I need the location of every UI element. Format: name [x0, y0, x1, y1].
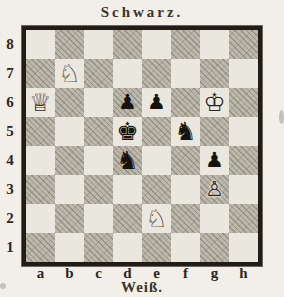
- square-g1[interactable]: [200, 233, 229, 262]
- square-f8[interactable]: [171, 30, 200, 59]
- square-d7[interactable]: [113, 59, 142, 88]
- square-g7[interactable]: [200, 59, 229, 88]
- square-b7[interactable]: ♘: [55, 59, 84, 88]
- square-f5[interactable]: ♞: [171, 117, 200, 146]
- square-h5[interactable]: [229, 117, 258, 146]
- square-a5[interactable]: [26, 117, 55, 146]
- square-e2[interactable]: ♘: [142, 204, 171, 233]
- rank-label-3: 3: [2, 175, 18, 204]
- piece-white-knight-b7[interactable]: ♘: [58, 61, 80, 86]
- square-g6[interactable]: ♔: [200, 88, 229, 117]
- square-b6[interactable]: [55, 88, 84, 117]
- square-b2[interactable]: [55, 204, 84, 233]
- square-f1[interactable]: [171, 233, 200, 262]
- square-c7[interactable]: [84, 59, 113, 88]
- square-b4[interactable]: [55, 146, 84, 175]
- square-a8[interactable]: [26, 30, 55, 59]
- square-b1[interactable]: [55, 233, 84, 262]
- square-a2[interactable]: [26, 204, 55, 233]
- square-a4[interactable]: [26, 146, 55, 175]
- rank-label-7: 7: [2, 59, 18, 88]
- square-h8[interactable]: [229, 30, 258, 59]
- square-d5[interactable]: ♚: [113, 117, 142, 146]
- square-h2[interactable]: [229, 204, 258, 233]
- piece-black-pawn-g4[interactable]: ♟: [205, 150, 224, 171]
- square-d1[interactable]: [113, 233, 142, 262]
- rank-label-4: 4: [2, 146, 18, 175]
- piece-white-queen-a6[interactable]: ♕: [29, 90, 51, 115]
- square-f6[interactable]: [171, 88, 200, 117]
- square-c3[interactable]: [84, 175, 113, 204]
- square-g4[interactable]: ♟: [200, 146, 229, 175]
- square-h7[interactable]: [229, 59, 258, 88]
- square-g3[interactable]: ♙: [200, 175, 229, 204]
- piece-black-pawn-d6[interactable]: ♟: [118, 92, 137, 113]
- square-a7[interactable]: [26, 59, 55, 88]
- square-a1[interactable]: [26, 233, 55, 262]
- piece-white-pawn-g3[interactable]: ♙: [205, 179, 224, 200]
- square-b5[interactable]: [55, 117, 84, 146]
- square-g5[interactable]: [200, 117, 229, 146]
- square-e4[interactable]: [142, 146, 171, 175]
- square-a3[interactable]: [26, 175, 55, 204]
- square-h4[interactable]: [229, 146, 258, 175]
- piece-white-knight-e2[interactable]: ♘: [145, 206, 167, 231]
- rank-labels: 87654321: [2, 30, 18, 262]
- square-d3[interactable]: [113, 175, 142, 204]
- square-h6[interactable]: [229, 88, 258, 117]
- piece-black-pawn-e6[interactable]: ♟: [147, 92, 166, 113]
- square-h3[interactable]: [229, 175, 258, 204]
- square-g2[interactable]: [200, 204, 229, 233]
- square-f7[interactable]: [171, 59, 200, 88]
- rank-label-8: 8: [2, 30, 18, 59]
- rank-label-1: 1: [2, 233, 18, 262]
- square-e7[interactable]: [142, 59, 171, 88]
- piece-white-king-g6[interactable]: ♔: [203, 90, 225, 115]
- square-c1[interactable]: [84, 233, 113, 262]
- square-b3[interactable]: [55, 175, 84, 204]
- square-b8[interactable]: [55, 30, 84, 59]
- piece-black-knight-f5[interactable]: ♞: [174, 119, 196, 144]
- rank-label-6: 6: [2, 88, 18, 117]
- square-d2[interactable]: [113, 204, 142, 233]
- square-e8[interactable]: [142, 30, 171, 59]
- square-e3[interactable]: [142, 175, 171, 204]
- square-e6[interactable]: ♟: [142, 88, 171, 117]
- square-h1[interactable]: [229, 233, 258, 262]
- square-c4[interactable]: [84, 146, 113, 175]
- print-smudge: [0, 283, 6, 289]
- square-d8[interactable]: [113, 30, 142, 59]
- square-g8[interactable]: [200, 30, 229, 59]
- chess-board: ♘♕♟♟♔♚♞♞♟♙♘: [22, 26, 262, 266]
- square-f3[interactable]: [171, 175, 200, 204]
- piece-black-knight-d4[interactable]: ♞: [116, 148, 138, 173]
- piece-black-king-d5[interactable]: ♚: [116, 119, 138, 144]
- square-f4[interactable]: [171, 146, 200, 175]
- book-page: Schwarz. 87654321 ♘♕♟♟♔♚♞♞♟♙♘ abcdefgh W…: [0, 0, 284, 297]
- square-d6[interactable]: ♟: [113, 88, 142, 117]
- square-d4[interactable]: ♞: [113, 146, 142, 175]
- black-side-label: Schwarz.: [0, 4, 284, 21]
- rank-label-2: 2: [2, 204, 18, 233]
- square-f2[interactable]: [171, 204, 200, 233]
- square-c8[interactable]: [84, 30, 113, 59]
- rank-label-5: 5: [2, 117, 18, 146]
- square-e1[interactable]: [142, 233, 171, 262]
- square-c6[interactable]: [84, 88, 113, 117]
- square-c5[interactable]: [84, 117, 113, 146]
- white-side-label: Weiß.: [0, 279, 284, 296]
- square-e5[interactable]: [142, 117, 171, 146]
- square-c2[interactable]: [84, 204, 113, 233]
- square-a6[interactable]: ♕: [26, 88, 55, 117]
- print-smudge: [279, 110, 284, 124]
